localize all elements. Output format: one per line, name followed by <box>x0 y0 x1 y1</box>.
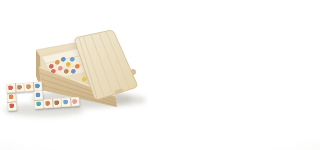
motif-icon <box>72 99 77 104</box>
domino-tile[interactable] <box>61 97 80 107</box>
domino-chain <box>6 79 80 111</box>
domino-half <box>7 101 17 111</box>
domino-tile[interactable] <box>6 83 25 93</box>
motif-icon <box>8 86 13 91</box>
motif-icon <box>9 94 14 99</box>
domino-tile[interactable] <box>43 98 62 108</box>
motif-icon <box>36 92 41 97</box>
motif-icon <box>55 100 60 105</box>
domino-half <box>70 97 80 107</box>
motif-icon <box>35 84 40 89</box>
domino-tile[interactable] <box>7 92 17 111</box>
motif-icon <box>26 84 31 89</box>
box-lid[interactable] <box>0 0 150 150</box>
product-photo-scene <box>0 0 150 150</box>
motif-icon <box>36 102 41 107</box>
motif-icon <box>17 85 22 90</box>
motif-icon <box>63 100 68 105</box>
motif-icon <box>45 101 50 106</box>
motif-icon <box>9 104 14 109</box>
